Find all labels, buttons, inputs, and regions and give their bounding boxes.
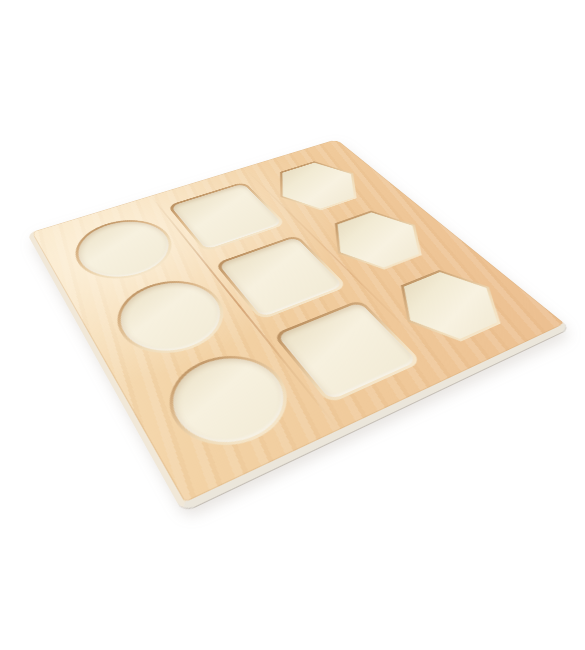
cell-r3c1 (151, 341, 309, 463)
cell-r1c3 (259, 154, 377, 219)
square-recess-floor (171, 184, 283, 250)
circle-recess-floor (66, 213, 183, 288)
square-recess-floor (219, 237, 343, 317)
circle-recess-floor (156, 345, 304, 460)
circle-recess (151, 341, 309, 463)
cell-r1c2 (166, 181, 287, 253)
square-recess (273, 299, 422, 404)
hexagon-recess (315, 204, 442, 278)
hexagon-recess-floor (264, 157, 371, 215)
puzzle-board (27, 139, 570, 512)
hexagon-recess (261, 156, 375, 218)
square-recess (215, 235, 347, 320)
recess-grid (32, 139, 565, 502)
circle-recess-floor (106, 272, 237, 364)
cell-r2c3 (313, 202, 444, 280)
cell-r2c2 (213, 234, 348, 321)
square-recess (167, 182, 286, 252)
hexagon-recess-floor (384, 264, 517, 348)
hexagon-recess-floor (319, 206, 438, 275)
board-wrapper (0, 0, 585, 650)
photo-background (0, 0, 585, 650)
hexagon-recess (379, 262, 521, 352)
square-recess-floor (277, 302, 417, 400)
